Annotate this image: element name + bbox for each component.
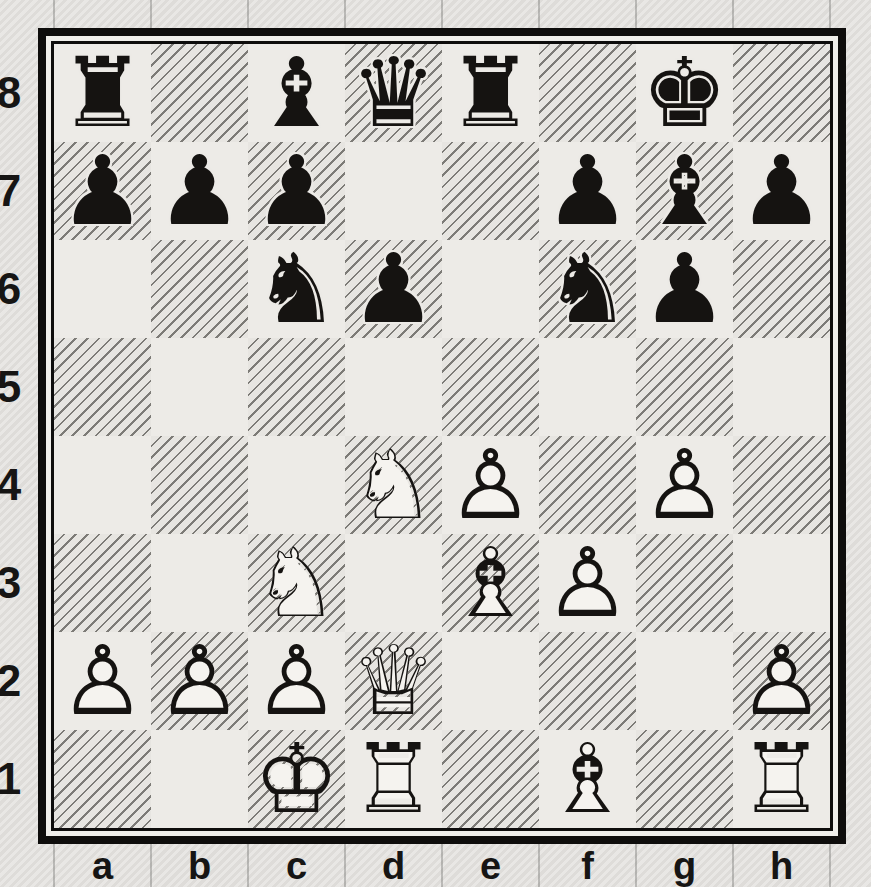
- white-bishop-e3: ♝♗: [442, 534, 539, 632]
- square-d3: [345, 534, 442, 632]
- chess-board: ♜♝♛♜♚♟♟♟♟♝♟♞♟♞♟♞♘♟♙♟♙♞♘♝♗♟♙♟♙♟♙♟♙♛♕♟♙♚♔♜…: [54, 44, 830, 828]
- square-d5: [345, 338, 442, 436]
- square-f8: [539, 44, 636, 142]
- square-a6: [54, 240, 151, 338]
- white-piece-outline: ♕: [345, 632, 442, 730]
- white-piece-outline: ♔: [248, 730, 345, 828]
- square-c1: ♚♔: [248, 730, 345, 828]
- black-pawn-d6: ♟: [345, 240, 442, 338]
- square-c7: ♟: [248, 142, 345, 240]
- page-root: { "game": "chess", "position": { "fen": …: [0, 0, 871, 887]
- rank-label-7: 7: [0, 142, 24, 240]
- file-label-f: f: [539, 846, 636, 886]
- rank-label-4: 4: [0, 436, 24, 534]
- black-rook-a8: ♜: [54, 44, 151, 142]
- black-queen-d8: ♛: [345, 44, 442, 142]
- square-h5: [733, 338, 830, 436]
- white-piece-outline: ♖: [345, 730, 442, 828]
- chess-board-frame: ♜♝♛♜♚♟♟♟♟♝♟♞♟♞♟♞♘♟♙♟♙♞♘♝♗♟♙♟♙♟♙♟♙♛♕♟♙♚♔♜…: [38, 28, 846, 844]
- square-g4: ♟♙: [636, 436, 733, 534]
- black-rook-e8: ♜: [442, 44, 539, 142]
- square-h8: [733, 44, 830, 142]
- white-bishop-f1: ♝♗: [539, 730, 636, 828]
- white-knight-c3: ♞♘: [248, 534, 345, 632]
- black-king-g8: ♚: [636, 44, 733, 142]
- file-label-a: a: [54, 846, 151, 886]
- black-piece-glyph: ♛: [345, 44, 442, 142]
- white-piece-outline: ♗: [539, 730, 636, 828]
- file-label-b: b: [151, 846, 248, 886]
- white-pawn-e4: ♟♙: [442, 436, 539, 534]
- square-e3: ♝♗: [442, 534, 539, 632]
- square-g8: ♚: [636, 44, 733, 142]
- black-piece-glyph: ♝: [636, 142, 733, 240]
- square-g3: [636, 534, 733, 632]
- square-c6: ♞: [248, 240, 345, 338]
- white-piece-outline: ♙: [442, 436, 539, 534]
- file-label-h: h: [733, 846, 830, 886]
- square-f4: [539, 436, 636, 534]
- square-e2: [442, 632, 539, 730]
- white-pawn-g4: ♟♙: [636, 436, 733, 534]
- black-piece-glyph: ♟: [151, 142, 248, 240]
- white-rook-h1: ♜♖: [733, 730, 830, 828]
- square-h3: [733, 534, 830, 632]
- square-e8: ♜: [442, 44, 539, 142]
- black-piece-glyph: ♜: [442, 44, 539, 142]
- white-piece-outline: ♙: [248, 632, 345, 730]
- white-piece-outline: ♙: [54, 632, 151, 730]
- white-pawn-f3: ♟♙: [539, 534, 636, 632]
- black-piece-glyph: ♟: [345, 240, 442, 338]
- square-b7: ♟: [151, 142, 248, 240]
- rank-label-8: 8: [0, 44, 24, 142]
- black-knight-c6: ♞: [248, 240, 345, 338]
- file-labels: abcdefgh: [54, 846, 830, 886]
- square-f3: ♟♙: [539, 534, 636, 632]
- square-d6: ♟: [345, 240, 442, 338]
- square-f1: ♝♗: [539, 730, 636, 828]
- square-b1: [151, 730, 248, 828]
- square-c4: [248, 436, 345, 534]
- square-e6: [442, 240, 539, 338]
- square-e1: [442, 730, 539, 828]
- black-bishop-c8: ♝: [248, 44, 345, 142]
- file-label-d: d: [345, 846, 442, 886]
- square-a8: ♜: [54, 44, 151, 142]
- black-piece-glyph: ♟: [539, 142, 636, 240]
- square-h7: ♟: [733, 142, 830, 240]
- square-c5: [248, 338, 345, 436]
- square-h2: ♟♙: [733, 632, 830, 730]
- square-g5: [636, 338, 733, 436]
- black-piece-glyph: ♞: [539, 240, 636, 338]
- square-d7: [345, 142, 442, 240]
- square-a5: [54, 338, 151, 436]
- square-a3: [54, 534, 151, 632]
- black-pawn-a7: ♟: [54, 142, 151, 240]
- black-knight-f6: ♞: [539, 240, 636, 338]
- rank-labels: 87654321: [0, 44, 24, 828]
- black-piece-glyph: ♚: [636, 44, 733, 142]
- black-pawn-g6: ♟: [636, 240, 733, 338]
- black-piece-glyph: ♟: [248, 142, 345, 240]
- square-c8: ♝: [248, 44, 345, 142]
- square-d8: ♛: [345, 44, 442, 142]
- white-piece-outline: ♙: [636, 436, 733, 534]
- square-f7: ♟: [539, 142, 636, 240]
- square-a2: ♟♙: [54, 632, 151, 730]
- square-g7: ♝: [636, 142, 733, 240]
- black-pawn-c7: ♟: [248, 142, 345, 240]
- square-d2: ♛♕: [345, 632, 442, 730]
- chess-board-inner-border: ♜♝♛♜♚♟♟♟♟♝♟♞♟♞♟♞♘♟♙♟♙♞♘♝♗♟♙♟♙♟♙♟♙♛♕♟♙♚♔♜…: [51, 41, 833, 831]
- file-label-e: e: [442, 846, 539, 886]
- rank-label-3: 3: [0, 534, 24, 632]
- square-f5: [539, 338, 636, 436]
- white-pawn-a2: ♟♙: [54, 632, 151, 730]
- square-b4: [151, 436, 248, 534]
- rank-label-6: 6: [0, 240, 24, 338]
- black-piece-glyph: ♝: [248, 44, 345, 142]
- square-e7: [442, 142, 539, 240]
- black-pawn-b7: ♟: [151, 142, 248, 240]
- white-knight-d4: ♞♘: [345, 436, 442, 534]
- square-g1: [636, 730, 733, 828]
- square-b6: [151, 240, 248, 338]
- white-pawn-b2: ♟♙: [151, 632, 248, 730]
- square-h6: [733, 240, 830, 338]
- square-d1: ♜♖: [345, 730, 442, 828]
- rank-label-2: 2: [0, 632, 24, 730]
- black-piece-glyph: ♜: [54, 44, 151, 142]
- square-d4: ♞♘: [345, 436, 442, 534]
- square-a7: ♟: [54, 142, 151, 240]
- black-piece-glyph: ♞: [248, 240, 345, 338]
- black-piece-glyph: ♟: [54, 142, 151, 240]
- square-c3: ♞♘: [248, 534, 345, 632]
- square-f6: ♞: [539, 240, 636, 338]
- white-queen-d2: ♛♕: [345, 632, 442, 730]
- white-king-c1: ♚♔: [248, 730, 345, 828]
- square-b3: [151, 534, 248, 632]
- rank-label-5: 5: [0, 338, 24, 436]
- black-piece-glyph: ♟: [733, 142, 830, 240]
- white-piece-outline: ♙: [539, 534, 636, 632]
- black-piece-glyph: ♟: [636, 240, 733, 338]
- black-pawn-h7: ♟: [733, 142, 830, 240]
- white-rook-d1: ♜♖: [345, 730, 442, 828]
- rank-label-1: 1: [0, 730, 24, 828]
- square-h4: [733, 436, 830, 534]
- white-pawn-c2: ♟♙: [248, 632, 345, 730]
- square-a4: [54, 436, 151, 534]
- file-label-g: g: [636, 846, 733, 886]
- square-g6: ♟: [636, 240, 733, 338]
- white-piece-outline: ♘: [248, 534, 345, 632]
- square-b2: ♟♙: [151, 632, 248, 730]
- black-bishop-g7: ♝: [636, 142, 733, 240]
- file-label-c: c: [248, 846, 345, 886]
- white-piece-outline: ♖: [733, 730, 830, 828]
- square-c2: ♟♙: [248, 632, 345, 730]
- square-b5: [151, 338, 248, 436]
- white-pawn-h2: ♟♙: [733, 632, 830, 730]
- white-piece-outline: ♘: [345, 436, 442, 534]
- black-pawn-f7: ♟: [539, 142, 636, 240]
- square-b8: [151, 44, 248, 142]
- square-e5: [442, 338, 539, 436]
- square-h1: ♜♖: [733, 730, 830, 828]
- square-a1: [54, 730, 151, 828]
- white-piece-outline: ♗: [442, 534, 539, 632]
- square-g2: [636, 632, 733, 730]
- white-piece-outline: ♙: [151, 632, 248, 730]
- square-e4: ♟♙: [442, 436, 539, 534]
- white-piece-outline: ♙: [733, 632, 830, 730]
- square-f2: [539, 632, 636, 730]
